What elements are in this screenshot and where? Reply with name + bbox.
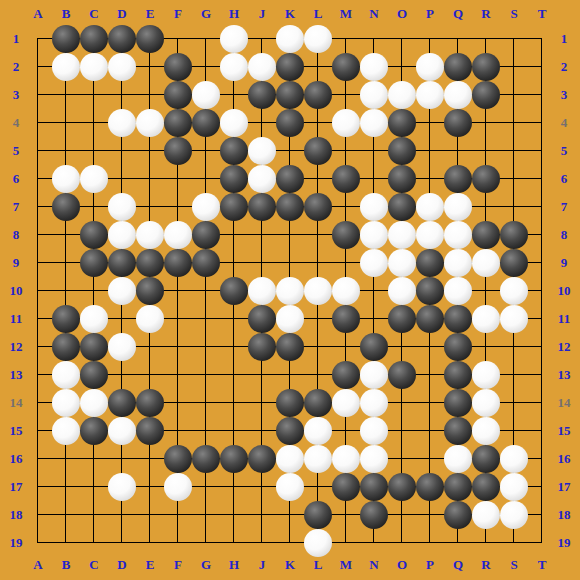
stone-white[interactable] [388, 249, 416, 277]
stone-white[interactable] [108, 193, 136, 221]
intersection-P10[interactable] [416, 277, 444, 305]
intersection-M19[interactable] [332, 529, 360, 557]
intersection-H16[interactable] [220, 445, 248, 473]
intersection-G13[interactable] [192, 361, 220, 389]
intersection-K8[interactable] [276, 221, 304, 249]
intersection-S7[interactable] [500, 193, 528, 221]
intersection-O18[interactable] [388, 501, 416, 529]
stone-white[interactable] [472, 249, 500, 277]
intersection-S10[interactable] [500, 277, 528, 305]
stone-white[interactable] [500, 501, 528, 529]
intersection-Q10[interactable] [444, 277, 472, 305]
intersection-J7[interactable] [248, 193, 276, 221]
intersection-B8[interactable] [52, 221, 80, 249]
intersection-H6[interactable] [220, 165, 248, 193]
intersection-F9[interactable] [164, 249, 192, 277]
intersection-O14[interactable] [388, 389, 416, 417]
stone-black[interactable] [444, 305, 472, 333]
stone-black[interactable] [276, 109, 304, 137]
intersection-D2[interactable] [108, 53, 136, 81]
stone-white[interactable] [444, 445, 472, 473]
intersection-P6[interactable] [416, 165, 444, 193]
intersection-J18[interactable] [248, 501, 276, 529]
stone-black[interactable] [52, 305, 80, 333]
intersection-C16[interactable] [80, 445, 108, 473]
intersection-P19[interactable] [416, 529, 444, 557]
intersection-K1[interactable] [276, 25, 304, 53]
intersection-P4[interactable] [416, 109, 444, 137]
stone-white[interactable] [388, 221, 416, 249]
intersection-Q14[interactable] [444, 389, 472, 417]
intersection-L17[interactable] [304, 473, 332, 501]
stone-white[interactable] [444, 221, 472, 249]
intersection-G16[interactable] [192, 445, 220, 473]
intersection-H1[interactable] [220, 25, 248, 53]
intersection-R6[interactable] [472, 165, 500, 193]
intersection-M13[interactable] [332, 361, 360, 389]
intersection-H8[interactable] [220, 221, 248, 249]
intersection-G10[interactable] [192, 277, 220, 305]
stone-white[interactable] [52, 53, 80, 81]
stone-black[interactable] [192, 249, 220, 277]
intersection-R17[interactable] [472, 473, 500, 501]
intersection-Q8[interactable] [444, 221, 472, 249]
stone-white[interactable] [304, 529, 332, 557]
stone-black[interactable] [444, 501, 472, 529]
stone-white[interactable] [248, 277, 276, 305]
stone-white[interactable] [472, 417, 500, 445]
stone-white[interactable] [192, 81, 220, 109]
intersection-F3[interactable] [164, 81, 192, 109]
stone-white[interactable] [360, 109, 388, 137]
stone-white[interactable] [192, 193, 220, 221]
stone-white[interactable] [444, 249, 472, 277]
stone-white[interactable] [416, 193, 444, 221]
stone-white[interactable] [332, 445, 360, 473]
intersection-D6[interactable] [108, 165, 136, 193]
stone-black[interactable] [472, 53, 500, 81]
intersection-L18[interactable] [304, 501, 332, 529]
stone-white[interactable] [276, 445, 304, 473]
intersection-P11[interactable] [416, 305, 444, 333]
intersection-E8[interactable] [136, 221, 164, 249]
intersection-K19[interactable] [276, 529, 304, 557]
stone-white[interactable] [388, 81, 416, 109]
intersection-S8[interactable] [500, 221, 528, 249]
intersection-C4[interactable] [80, 109, 108, 137]
intersection-B5[interactable] [52, 137, 80, 165]
intersection-E14[interactable] [136, 389, 164, 417]
intersection-G17[interactable] [192, 473, 220, 501]
stone-white[interactable] [360, 81, 388, 109]
stone-black[interactable] [388, 305, 416, 333]
intersection-R4[interactable] [472, 109, 500, 137]
intersection-H9[interactable] [220, 249, 248, 277]
stone-black[interactable] [444, 53, 472, 81]
intersection-P9[interactable] [416, 249, 444, 277]
stone-white[interactable] [52, 165, 80, 193]
stone-white[interactable] [332, 389, 360, 417]
intersection-G9[interactable] [192, 249, 220, 277]
stone-black[interactable] [80, 417, 108, 445]
stone-black[interactable] [164, 249, 192, 277]
intersection-H18[interactable] [220, 501, 248, 529]
intersection-M6[interactable] [332, 165, 360, 193]
intersection-J11[interactable] [248, 305, 276, 333]
intersection-N9[interactable] [360, 249, 388, 277]
intersection-S2[interactable] [500, 53, 528, 81]
intersection-O1[interactable] [388, 25, 416, 53]
intersection-S1[interactable] [500, 25, 528, 53]
intersection-J3[interactable] [248, 81, 276, 109]
stone-white[interactable] [360, 389, 388, 417]
intersection-Q18[interactable] [444, 501, 472, 529]
intersection-L5[interactable] [304, 137, 332, 165]
stone-black[interactable] [248, 193, 276, 221]
intersection-M17[interactable] [332, 473, 360, 501]
stone-white[interactable] [220, 25, 248, 53]
stone-black[interactable] [332, 165, 360, 193]
go-board[interactable] [24, 25, 556, 557]
stone-white[interactable] [108, 221, 136, 249]
intersection-F11[interactable] [164, 305, 192, 333]
intersection-F17[interactable] [164, 473, 192, 501]
stone-black[interactable] [276, 81, 304, 109]
stone-black[interactable] [136, 277, 164, 305]
stone-white[interactable] [304, 445, 332, 473]
intersection-L19[interactable] [304, 529, 332, 557]
intersection-Q1[interactable] [444, 25, 472, 53]
intersection-D3[interactable] [108, 81, 136, 109]
intersection-S19[interactable] [500, 529, 528, 557]
intersection-O4[interactable] [388, 109, 416, 137]
intersection-F16[interactable] [164, 445, 192, 473]
intersection-J4[interactable] [248, 109, 276, 137]
intersection-R14[interactable] [472, 389, 500, 417]
stone-white[interactable] [500, 305, 528, 333]
intersection-H5[interactable] [220, 137, 248, 165]
intersection-N4[interactable] [360, 109, 388, 137]
stone-black[interactable] [80, 249, 108, 277]
intersection-Q17[interactable] [444, 473, 472, 501]
intersection-P8[interactable] [416, 221, 444, 249]
intersection-K7[interactable] [276, 193, 304, 221]
intersection-C8[interactable] [80, 221, 108, 249]
stone-black[interactable] [444, 473, 472, 501]
intersection-M12[interactable] [332, 333, 360, 361]
intersection-C14[interactable] [80, 389, 108, 417]
intersection-R5[interactable] [472, 137, 500, 165]
intersection-C12[interactable] [80, 333, 108, 361]
intersection-O19[interactable] [388, 529, 416, 557]
stone-white[interactable] [108, 277, 136, 305]
stone-black[interactable] [248, 445, 276, 473]
stone-white[interactable] [472, 361, 500, 389]
stone-white[interactable] [304, 25, 332, 53]
intersection-B12[interactable] [52, 333, 80, 361]
intersection-J10[interactable] [248, 277, 276, 305]
intersection-R19[interactable] [472, 529, 500, 557]
intersection-N8[interactable] [360, 221, 388, 249]
intersection-R15[interactable] [472, 417, 500, 445]
stone-black[interactable] [52, 193, 80, 221]
intersection-Q5[interactable] [444, 137, 472, 165]
intersection-K6[interactable] [276, 165, 304, 193]
intersection-D7[interactable] [108, 193, 136, 221]
intersection-D8[interactable] [108, 221, 136, 249]
intersection-O2[interactable] [388, 53, 416, 81]
intersection-L9[interactable] [304, 249, 332, 277]
stone-black[interactable] [192, 221, 220, 249]
stone-black[interactable] [136, 389, 164, 417]
intersection-C10[interactable] [80, 277, 108, 305]
intersection-E19[interactable] [136, 529, 164, 557]
intersection-E18[interactable] [136, 501, 164, 529]
intersection-E10[interactable] [136, 277, 164, 305]
stone-black[interactable] [276, 333, 304, 361]
intersection-J5[interactable] [248, 137, 276, 165]
stone-white[interactable] [108, 109, 136, 137]
intersection-P5[interactable] [416, 137, 444, 165]
intersection-O16[interactable] [388, 445, 416, 473]
intersection-F18[interactable] [164, 501, 192, 529]
intersection-F12[interactable] [164, 333, 192, 361]
intersection-O13[interactable] [388, 361, 416, 389]
intersection-Q12[interactable] [444, 333, 472, 361]
stone-white[interactable] [80, 389, 108, 417]
intersection-R9[interactable] [472, 249, 500, 277]
stone-black[interactable] [388, 137, 416, 165]
stone-white[interactable] [164, 221, 192, 249]
intersection-J16[interactable] [248, 445, 276, 473]
intersection-O10[interactable] [388, 277, 416, 305]
stone-black[interactable] [444, 165, 472, 193]
intersection-O8[interactable] [388, 221, 416, 249]
stone-black[interactable] [360, 501, 388, 529]
intersection-Q2[interactable] [444, 53, 472, 81]
intersection-N10[interactable] [360, 277, 388, 305]
intersection-M1[interactable] [332, 25, 360, 53]
intersection-S15[interactable] [500, 417, 528, 445]
stone-white[interactable] [360, 193, 388, 221]
intersection-G7[interactable] [192, 193, 220, 221]
stone-white[interactable] [360, 53, 388, 81]
stone-white[interactable] [304, 417, 332, 445]
stone-black[interactable] [80, 333, 108, 361]
stone-black[interactable] [164, 137, 192, 165]
stone-white[interactable] [360, 445, 388, 473]
intersection-J12[interactable] [248, 333, 276, 361]
intersection-S11[interactable] [500, 305, 528, 333]
stone-black[interactable] [500, 221, 528, 249]
intersection-G19[interactable] [192, 529, 220, 557]
intersection-H4[interactable] [220, 109, 248, 137]
stone-black[interactable] [304, 389, 332, 417]
stone-black[interactable] [52, 25, 80, 53]
stone-black[interactable] [192, 445, 220, 473]
intersection-O7[interactable] [388, 193, 416, 221]
stone-white[interactable] [108, 473, 136, 501]
intersection-R1[interactable] [472, 25, 500, 53]
stone-white[interactable] [444, 277, 472, 305]
intersection-N11[interactable] [360, 305, 388, 333]
intersection-M9[interactable] [332, 249, 360, 277]
stone-white[interactable] [80, 165, 108, 193]
intersection-E16[interactable] [136, 445, 164, 473]
intersection-S6[interactable] [500, 165, 528, 193]
intersection-R12[interactable] [472, 333, 500, 361]
stone-black[interactable] [248, 333, 276, 361]
intersection-P17[interactable] [416, 473, 444, 501]
intersection-D11[interactable] [108, 305, 136, 333]
stone-white[interactable] [416, 81, 444, 109]
stone-black[interactable] [360, 333, 388, 361]
intersection-L1[interactable] [304, 25, 332, 53]
stone-white[interactable] [444, 81, 472, 109]
intersection-H10[interactable] [220, 277, 248, 305]
intersection-H12[interactable] [220, 333, 248, 361]
intersection-E15[interactable] [136, 417, 164, 445]
intersection-P14[interactable] [416, 389, 444, 417]
stone-black[interactable] [500, 249, 528, 277]
intersection-S9[interactable] [500, 249, 528, 277]
intersection-C6[interactable] [80, 165, 108, 193]
intersection-P18[interactable] [416, 501, 444, 529]
intersection-H19[interactable] [220, 529, 248, 557]
stone-black[interactable] [80, 25, 108, 53]
intersection-B17[interactable] [52, 473, 80, 501]
intersection-Q13[interactable] [444, 361, 472, 389]
intersection-L3[interactable] [304, 81, 332, 109]
intersection-N12[interactable] [360, 333, 388, 361]
intersection-G6[interactable] [192, 165, 220, 193]
intersection-E2[interactable] [136, 53, 164, 81]
stone-black[interactable] [472, 473, 500, 501]
stone-white[interactable] [472, 389, 500, 417]
intersection-B10[interactable] [52, 277, 80, 305]
intersection-L14[interactable] [304, 389, 332, 417]
intersection-S14[interactable] [500, 389, 528, 417]
stone-black[interactable] [416, 249, 444, 277]
intersection-G11[interactable] [192, 305, 220, 333]
intersection-B16[interactable] [52, 445, 80, 473]
stone-black[interactable] [304, 81, 332, 109]
intersection-N17[interactable] [360, 473, 388, 501]
intersection-D14[interactable] [108, 389, 136, 417]
intersection-R18[interactable] [472, 501, 500, 529]
stone-black[interactable] [388, 193, 416, 221]
intersection-D15[interactable] [108, 417, 136, 445]
intersection-S12[interactable] [500, 333, 528, 361]
stone-black[interactable] [416, 473, 444, 501]
stone-black[interactable] [220, 445, 248, 473]
intersection-C7[interactable] [80, 193, 108, 221]
intersection-G1[interactable] [192, 25, 220, 53]
intersection-L7[interactable] [304, 193, 332, 221]
stone-black[interactable] [360, 473, 388, 501]
stone-white[interactable] [108, 53, 136, 81]
stone-white[interactable] [52, 417, 80, 445]
intersection-J13[interactable] [248, 361, 276, 389]
intersection-Q4[interactable] [444, 109, 472, 137]
intersection-B19[interactable] [52, 529, 80, 557]
intersection-R16[interactable] [472, 445, 500, 473]
stone-black[interactable] [108, 25, 136, 53]
stone-black[interactable] [416, 305, 444, 333]
intersection-B18[interactable] [52, 501, 80, 529]
stone-white[interactable] [136, 305, 164, 333]
intersection-B9[interactable] [52, 249, 80, 277]
intersection-P3[interactable] [416, 81, 444, 109]
intersection-Q11[interactable] [444, 305, 472, 333]
stone-white[interactable] [332, 109, 360, 137]
stone-black[interactable] [248, 305, 276, 333]
intersection-C18[interactable] [80, 501, 108, 529]
intersection-Q19[interactable] [444, 529, 472, 557]
stone-white[interactable] [304, 277, 332, 305]
stone-black[interactable] [80, 361, 108, 389]
intersection-P2[interactable] [416, 53, 444, 81]
intersection-F19[interactable] [164, 529, 192, 557]
intersection-C5[interactable] [80, 137, 108, 165]
stone-white[interactable] [360, 417, 388, 445]
intersection-Q3[interactable] [444, 81, 472, 109]
intersection-E17[interactable] [136, 473, 164, 501]
intersection-E4[interactable] [136, 109, 164, 137]
stone-black[interactable] [136, 249, 164, 277]
stone-black[interactable] [472, 81, 500, 109]
intersection-H13[interactable] [220, 361, 248, 389]
stone-white[interactable] [52, 389, 80, 417]
stone-black[interactable] [332, 305, 360, 333]
intersection-D9[interactable] [108, 249, 136, 277]
stone-black[interactable] [220, 277, 248, 305]
intersection-H11[interactable] [220, 305, 248, 333]
intersection-P7[interactable] [416, 193, 444, 221]
intersection-D17[interactable] [108, 473, 136, 501]
intersection-C15[interactable] [80, 417, 108, 445]
intersection-N1[interactable] [360, 25, 388, 53]
intersection-O11[interactable] [388, 305, 416, 333]
intersection-L6[interactable] [304, 165, 332, 193]
intersection-N19[interactable] [360, 529, 388, 557]
stone-black[interactable] [472, 445, 500, 473]
stone-black[interactable] [388, 361, 416, 389]
stone-white[interactable] [220, 53, 248, 81]
intersection-K11[interactable] [276, 305, 304, 333]
stone-black[interactable] [276, 53, 304, 81]
stone-black[interactable] [304, 137, 332, 165]
intersection-O9[interactable] [388, 249, 416, 277]
intersection-R2[interactable] [472, 53, 500, 81]
stone-white[interactable] [444, 193, 472, 221]
intersection-D12[interactable] [108, 333, 136, 361]
intersection-S18[interactable] [500, 501, 528, 529]
intersection-N2[interactable] [360, 53, 388, 81]
stone-white[interactable] [164, 473, 192, 501]
intersection-B6[interactable] [52, 165, 80, 193]
intersection-F10[interactable] [164, 277, 192, 305]
stone-white[interactable] [108, 417, 136, 445]
stone-black[interactable] [332, 473, 360, 501]
intersection-D16[interactable] [108, 445, 136, 473]
intersection-D4[interactable] [108, 109, 136, 137]
intersection-F5[interactable] [164, 137, 192, 165]
intersection-N16[interactable] [360, 445, 388, 473]
intersection-B4[interactable] [52, 109, 80, 137]
stone-white[interactable] [416, 221, 444, 249]
intersection-K10[interactable] [276, 277, 304, 305]
